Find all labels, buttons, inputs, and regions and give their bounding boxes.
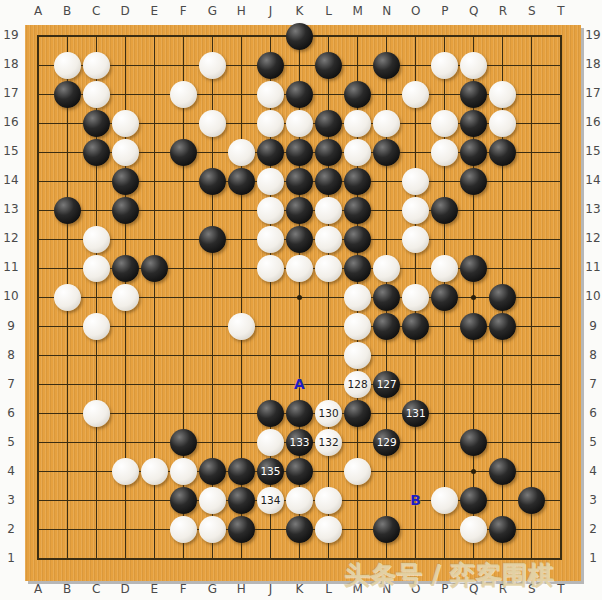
row-label-left-1: 1	[0, 551, 22, 565]
row-label-left-9: 9	[0, 319, 22, 333]
row-label-left-12: 12	[0, 231, 22, 245]
stone-black-K15	[286, 139, 313, 166]
grid-line	[37, 355, 562, 356]
row-label-left-7: 7	[0, 377, 22, 391]
stone-black-E11	[141, 255, 168, 282]
stone-black-Q15	[460, 139, 487, 166]
stone-white-J5	[257, 429, 284, 456]
row-label-right-7: 7	[584, 377, 602, 391]
stone-black-D13	[112, 197, 139, 224]
stone-white-C17	[83, 81, 110, 108]
row-label-left-15: 15	[0, 144, 22, 158]
stone-black-M6	[344, 400, 371, 427]
stone-black-P13	[431, 197, 458, 224]
row-label-right-18: 18	[584, 57, 602, 71]
row-label-left-10: 10	[0, 289, 22, 303]
stone-white-O10	[402, 284, 429, 311]
row-label-right-3: 3	[584, 493, 602, 507]
stone-white-L5: 132	[315, 429, 342, 456]
col-label-top-C: C	[88, 4, 104, 18]
stone-white-L6: 130	[315, 400, 342, 427]
stone-white-M16	[344, 110, 371, 137]
row-label-right-6: 6	[584, 406, 602, 420]
col-label-bottom-T: T	[553, 582, 569, 596]
stone-black-M14	[344, 168, 371, 195]
stone-white-M9	[344, 313, 371, 340]
stone-white-G3	[199, 487, 226, 514]
col-label-top-A: A	[30, 4, 46, 18]
stone-black-M17	[344, 81, 371, 108]
col-label-top-E: E	[146, 4, 162, 18]
row-label-left-17: 17	[0, 86, 22, 100]
grid-line	[531, 35, 532, 560]
stone-black-O9	[402, 313, 429, 340]
stone-white-R17	[489, 81, 516, 108]
stone-white-E4	[141, 458, 168, 485]
stone-white-L12	[315, 226, 342, 253]
stone-white-D4	[112, 458, 139, 485]
stone-black-O6: 131	[402, 400, 429, 427]
stone-black-H2	[228, 516, 255, 543]
star-point	[297, 295, 302, 300]
row-label-left-3: 3	[0, 493, 22, 507]
stone-white-F2	[170, 516, 197, 543]
stone-white-L3	[315, 487, 342, 514]
stone-white-N11	[373, 255, 400, 282]
stone-white-O12	[402, 226, 429, 253]
stone-white-J14	[257, 168, 284, 195]
col-label-top-B: B	[59, 4, 75, 18]
stone-black-N7: 127	[373, 371, 400, 398]
row-label-right-14: 14	[584, 173, 602, 187]
stone-black-J15	[257, 139, 284, 166]
col-label-top-K: K	[291, 4, 307, 18]
move-number-label: 132	[319, 429, 339, 456]
move-number-label: 127	[377, 371, 397, 398]
stone-black-F15	[170, 139, 197, 166]
stone-black-S3	[518, 487, 545, 514]
row-label-right-9: 9	[584, 319, 602, 333]
move-number-label: 133	[289, 429, 309, 456]
star-point	[471, 295, 476, 300]
col-label-bottom-L: L	[321, 582, 337, 596]
move-number-label: 131	[406, 400, 426, 427]
stone-black-K6	[286, 400, 313, 427]
stone-black-K17	[286, 81, 313, 108]
stone-white-C9	[83, 313, 110, 340]
col-label-bottom-B: B	[59, 582, 75, 596]
move-number-label: 130	[319, 400, 339, 427]
stone-white-H15	[228, 139, 255, 166]
stone-white-C11	[83, 255, 110, 282]
stone-white-J16	[257, 110, 284, 137]
stone-white-J3: 134	[257, 487, 284, 514]
stone-black-G12	[199, 226, 226, 253]
stone-black-H3	[228, 487, 255, 514]
stone-black-M13	[344, 197, 371, 224]
stone-black-B13	[54, 197, 81, 224]
stone-black-J4: 135	[257, 458, 284, 485]
row-label-right-2: 2	[584, 522, 602, 536]
row-label-right-19: 19	[584, 28, 602, 42]
stone-black-L16	[315, 110, 342, 137]
col-label-top-R: R	[495, 4, 511, 18]
stone-black-J18	[257, 52, 284, 79]
stone-white-B18	[54, 52, 81, 79]
stone-white-O14	[402, 168, 429, 195]
stone-white-K3	[286, 487, 313, 514]
stone-black-N10	[373, 284, 400, 311]
stone-white-P15	[431, 139, 458, 166]
col-label-bottom-F: F	[175, 582, 191, 596]
go-board: 128127130131133132129135134 AB	[25, 25, 581, 581]
stone-black-K14	[286, 168, 313, 195]
stone-black-F5	[170, 429, 197, 456]
row-label-left-4: 4	[0, 464, 22, 478]
col-label-bottom-G: G	[204, 582, 220, 596]
stone-white-P11	[431, 255, 458, 282]
row-label-left-2: 2	[0, 522, 22, 536]
stone-black-D14	[112, 168, 139, 195]
stone-white-M4	[344, 458, 371, 485]
stone-white-P18	[431, 52, 458, 79]
stone-black-K12	[286, 226, 313, 253]
stone-white-P3	[431, 487, 458, 514]
row-label-left-19: 19	[0, 28, 22, 42]
stone-white-G18	[199, 52, 226, 79]
col-label-bottom-J: J	[262, 582, 278, 596]
stone-black-R2	[489, 516, 516, 543]
stone-black-K13	[286, 197, 313, 224]
col-label-bottom-E: E	[146, 582, 162, 596]
stone-white-J13	[257, 197, 284, 224]
stone-black-K4	[286, 458, 313, 485]
col-label-top-S: S	[524, 4, 540, 18]
stone-white-F4	[170, 458, 197, 485]
stone-black-N9	[373, 313, 400, 340]
stone-white-C18	[83, 52, 110, 79]
stone-white-Q18	[460, 52, 487, 79]
stone-black-G4	[199, 458, 226, 485]
row-label-right-5: 5	[584, 435, 602, 449]
stone-white-K16	[286, 110, 313, 137]
col-label-top-L: L	[321, 4, 337, 18]
stone-white-D10	[112, 284, 139, 311]
stone-black-J6	[257, 400, 284, 427]
col-label-bottom-C: C	[88, 582, 104, 596]
col-label-top-Q: Q	[466, 4, 482, 18]
stone-white-D15	[112, 139, 139, 166]
col-label-top-D: D	[117, 4, 133, 18]
col-label-bottom-A: A	[30, 582, 46, 596]
stone-white-L11	[315, 255, 342, 282]
stone-black-K19	[286, 23, 313, 50]
stone-black-K5: 133	[286, 429, 313, 456]
row-label-right-13: 13	[584, 202, 602, 216]
go-diagram: 128127130131133132129135134 AB AABBCCDDE…	[0, 0, 602, 600]
stone-black-C15	[83, 139, 110, 166]
move-number-label: 135	[260, 458, 280, 485]
stone-black-N5: 129	[373, 429, 400, 456]
move-number-label: 134	[260, 487, 280, 514]
stone-black-L18	[315, 52, 342, 79]
stone-white-O13	[402, 197, 429, 224]
star-point	[471, 469, 476, 474]
stone-black-L15	[315, 139, 342, 166]
col-label-top-F: F	[175, 4, 191, 18]
stone-white-M15	[344, 139, 371, 166]
row-label-right-4: 4	[584, 464, 602, 478]
col-label-top-N: N	[379, 4, 395, 18]
stone-white-C6	[83, 400, 110, 427]
stone-black-Q16	[460, 110, 487, 137]
col-label-top-G: G	[204, 4, 220, 18]
stone-white-G2	[199, 516, 226, 543]
stone-black-H4	[228, 458, 255, 485]
stone-white-J11	[257, 255, 284, 282]
watermark-text: 头条号 / 弈客围棋	[344, 558, 554, 593]
stone-black-R10	[489, 284, 516, 311]
row-label-right-1: 1	[584, 551, 602, 565]
stone-black-B17	[54, 81, 81, 108]
stone-black-L14	[315, 168, 342, 195]
stone-white-F17	[170, 81, 197, 108]
letter-annotation-A: A	[288, 376, 310, 392]
stone-black-R4	[489, 458, 516, 485]
stone-black-Q9	[460, 313, 487, 340]
move-number-label: 129	[377, 429, 397, 456]
row-label-right-17: 17	[584, 86, 602, 100]
stone-black-H14	[228, 168, 255, 195]
col-label-top-M: M	[350, 4, 366, 18]
stone-white-B10	[54, 284, 81, 311]
row-label-left-18: 18	[0, 57, 22, 71]
stone-black-C16	[83, 110, 110, 137]
stone-black-R9	[489, 313, 516, 340]
stone-white-M10	[344, 284, 371, 311]
row-label-left-14: 14	[0, 173, 22, 187]
stone-black-M11	[344, 255, 371, 282]
stone-black-N15	[373, 139, 400, 166]
row-label-right-15: 15	[584, 144, 602, 158]
stone-white-O17	[402, 81, 429, 108]
stone-white-L2	[315, 516, 342, 543]
col-label-bottom-K: K	[291, 582, 307, 596]
row-label-left-8: 8	[0, 348, 22, 362]
grid-line	[560, 35, 562, 560]
col-label-top-T: T	[553, 4, 569, 18]
stone-white-K11	[286, 255, 313, 282]
row-label-left-13: 13	[0, 202, 22, 216]
stone-black-P10	[431, 284, 458, 311]
stone-black-N18	[373, 52, 400, 79]
row-label-right-11: 11	[584, 260, 602, 274]
stone-black-M12	[344, 226, 371, 253]
stone-white-G16	[199, 110, 226, 137]
letter-annotation-B: B	[405, 492, 427, 508]
stone-white-M7: 128	[344, 371, 371, 398]
stone-black-D11	[112, 255, 139, 282]
col-label-bottom-D: D	[117, 582, 133, 596]
stone-black-F3	[170, 487, 197, 514]
row-label-left-11: 11	[0, 260, 22, 274]
stone-white-N16	[373, 110, 400, 137]
stone-black-Q11	[460, 255, 487, 282]
stone-white-P16	[431, 110, 458, 137]
stone-white-M8	[344, 342, 371, 369]
stone-white-R16	[489, 110, 516, 137]
row-label-left-6: 6	[0, 406, 22, 420]
col-label-top-H: H	[233, 4, 249, 18]
stone-black-Q17	[460, 81, 487, 108]
stone-black-N2	[373, 516, 400, 543]
col-label-top-P: P	[437, 4, 453, 18]
col-label-top-J: J	[262, 4, 278, 18]
stone-white-C12	[83, 226, 110, 253]
move-number-label: 128	[348, 371, 368, 398]
stone-white-Q2	[460, 516, 487, 543]
stone-black-G14	[199, 168, 226, 195]
stone-black-Q5	[460, 429, 487, 456]
stone-white-J12	[257, 226, 284, 253]
row-label-left-5: 5	[0, 435, 22, 449]
row-label-right-8: 8	[584, 348, 602, 362]
stone-black-Q14	[460, 168, 487, 195]
stone-white-H9	[228, 313, 255, 340]
stone-white-D16	[112, 110, 139, 137]
row-label-right-10: 10	[584, 289, 602, 303]
stone-black-K2	[286, 516, 313, 543]
stone-black-R15	[489, 139, 516, 166]
stone-white-J17	[257, 81, 284, 108]
col-label-bottom-H: H	[233, 582, 249, 596]
stone-white-L13	[315, 197, 342, 224]
row-label-right-12: 12	[584, 231, 602, 245]
col-label-top-O: O	[408, 4, 424, 18]
row-label-left-16: 16	[0, 115, 22, 129]
stone-black-Q3	[460, 487, 487, 514]
row-label-right-16: 16	[584, 115, 602, 129]
